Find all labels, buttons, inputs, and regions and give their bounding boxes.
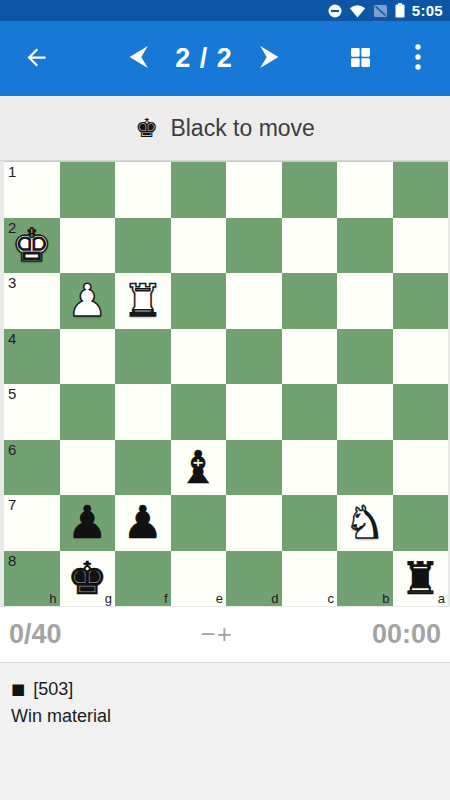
square-b6[interactable]	[337, 440, 393, 496]
puzzle-counter: 2 / 2	[175, 43, 233, 74]
square-e4[interactable]	[171, 329, 227, 385]
app-bar-actions	[336, 21, 450, 96]
square-a2[interactable]	[393, 218, 449, 274]
square-a3[interactable]	[393, 273, 449, 329]
square-d7[interactable]	[226, 495, 282, 551]
square-b2[interactable]	[337, 218, 393, 274]
square-h4[interactable]: 4	[4, 329, 60, 385]
square-h5[interactable]: 5	[4, 384, 60, 440]
square-h2[interactable]: 2♚	[4, 218, 60, 274]
square-f7[interactable]: ♟	[115, 495, 171, 551]
black-king-icon: ♚	[135, 115, 158, 141]
square-b4[interactable]	[337, 329, 393, 385]
square-c5[interactable]	[282, 384, 338, 440]
square-a5[interactable]	[393, 384, 449, 440]
file-label-c: c	[328, 591, 335, 606]
square-b5[interactable]	[337, 384, 393, 440]
square-e1[interactable]	[171, 162, 227, 218]
puzzle-id-line: ■ [503]	[11, 676, 439, 703]
chevron-left-icon	[127, 42, 153, 75]
overflow-menu-button[interactable]	[394, 21, 442, 96]
battery-icon	[395, 3, 405, 18]
square-f4[interactable]	[115, 329, 171, 385]
square-e2[interactable]	[171, 218, 227, 274]
piece-black-bishop[interactable]: ♝	[171, 440, 227, 496]
puzzle-navigation: 2 / 2	[72, 39, 336, 79]
back-button[interactable]	[0, 21, 72, 96]
square-g1[interactable]	[60, 162, 116, 218]
square-h7[interactable]: 7	[4, 495, 60, 551]
status-time: 5:05	[412, 0, 443, 21]
rank-label-7: 7	[8, 496, 16, 513]
puzzle-info-panel: ■ [503] Win material	[0, 663, 450, 800]
file-label-g: g	[105, 591, 112, 606]
rank-label-3: 3	[8, 274, 16, 291]
piece-white-pawn[interactable]: ♟	[60, 273, 116, 329]
square-b8[interactable]: b	[337, 551, 393, 607]
puzzle-id: [503]	[33, 676, 73, 703]
square-c2[interactable]	[282, 218, 338, 274]
square-a4[interactable]	[393, 329, 449, 385]
eval-toggle[interactable]: −+	[201, 619, 233, 650]
square-c4[interactable]	[282, 329, 338, 385]
timer: 00:00	[372, 619, 441, 650]
square-g3[interactable]: ♟	[60, 273, 116, 329]
file-label-f: f	[164, 591, 168, 606]
square-h8[interactable]: 8h	[4, 551, 60, 607]
arrow-back-icon	[23, 44, 50, 74]
no-signal-icon	[373, 4, 388, 18]
square-e8[interactable]: e	[171, 551, 227, 607]
rank-label-2: 2	[8, 219, 16, 236]
square-g2[interactable]	[60, 218, 116, 274]
square-b7[interactable]: ♞	[337, 495, 393, 551]
square-b3[interactable]	[337, 273, 393, 329]
chevron-right-icon	[255, 42, 281, 75]
app-bar: 2 / 2	[0, 21, 450, 96]
square-g8[interactable]: g♚	[60, 551, 116, 607]
file-label-e: e	[216, 591, 223, 606]
rank-label-8: 8	[8, 552, 16, 569]
square-c7[interactable]	[282, 495, 338, 551]
square-h6[interactable]: 6	[4, 440, 60, 496]
square-c6[interactable]	[282, 440, 338, 496]
overflow-menu-icon	[415, 44, 421, 73]
chess-board: 12♚3♟♜456♝7♟♟♞8hg♚fedcba♜	[4, 161, 448, 605]
square-d2[interactable]	[226, 218, 282, 274]
square-e7[interactable]	[171, 495, 227, 551]
square-d6[interactable]	[226, 440, 282, 496]
turn-banner: ♚ Black to move	[0, 96, 450, 161]
square-e5[interactable]	[171, 384, 227, 440]
controls-bar: 0/40 −+ 00:00	[0, 607, 450, 663]
piece-black-pawn[interactable]: ♟	[115, 495, 171, 551]
piece-black-pawn[interactable]: ♟	[60, 495, 116, 551]
square-h3[interactable]: 3	[4, 273, 60, 329]
square-f3[interactable]: ♜	[115, 273, 171, 329]
piece-white-rook[interactable]: ♜	[115, 273, 171, 329]
square-c3[interactable]	[282, 273, 338, 329]
black-to-move-marker-icon: ■	[11, 676, 25, 703]
square-e6[interactable]: ♝	[171, 440, 227, 496]
board-area: 12♚3♟♜456♝7♟♟♞8hg♚fedcba♜	[0, 161, 450, 607]
status-bar: 5:05	[0, 0, 450, 21]
square-g5[interactable]	[60, 384, 116, 440]
do-not-disturb-icon	[328, 4, 342, 18]
next-puzzle-button[interactable]	[251, 39, 285, 79]
file-label-h: h	[49, 591, 56, 606]
file-label-b: b	[382, 591, 389, 606]
square-c1[interactable]	[282, 162, 338, 218]
square-a7[interactable]	[393, 495, 449, 551]
square-f1[interactable]	[115, 162, 171, 218]
rank-label-4: 4	[8, 330, 16, 347]
piece-white-knight[interactable]: ♞	[337, 495, 393, 551]
square-f2[interactable]	[115, 218, 171, 274]
square-d4[interactable]	[226, 329, 282, 385]
file-label-d: d	[271, 591, 278, 606]
progress-counter: 0/40	[9, 619, 62, 650]
square-c8[interactable]: c	[282, 551, 338, 607]
square-g7[interactable]: ♟	[60, 495, 116, 551]
puzzle-goal: Win material	[11, 703, 439, 730]
rank-label-1: 1	[8, 163, 16, 180]
app-screen: 5:05 2 / 2	[0, 0, 450, 800]
square-d5[interactable]	[226, 384, 282, 440]
rank-label-6: 6	[8, 441, 16, 458]
square-h1[interactable]: 1	[4, 162, 60, 218]
square-d8[interactable]: d	[226, 551, 282, 607]
grid-icon	[350, 47, 371, 71]
square-e3[interactable]	[171, 273, 227, 329]
square-f6[interactable]	[115, 440, 171, 496]
square-a1[interactable]	[393, 162, 449, 218]
square-f8[interactable]: f	[115, 551, 171, 607]
rank-label-5: 5	[8, 385, 16, 402]
file-label-a: a	[438, 591, 445, 606]
square-g6[interactable]	[60, 440, 116, 496]
square-f5[interactable]	[115, 384, 171, 440]
wifi-icon	[349, 4, 366, 18]
square-b1[interactable]	[337, 162, 393, 218]
grid-view-button[interactable]	[336, 21, 384, 96]
square-g4[interactable]	[60, 329, 116, 385]
square-d1[interactable]	[226, 162, 282, 218]
square-d3[interactable]	[226, 273, 282, 329]
square-a8[interactable]: a♜	[393, 551, 449, 607]
square-a6[interactable]	[393, 440, 449, 496]
turn-banner-text: Black to move	[170, 115, 314, 142]
prev-puzzle-button[interactable]	[123, 39, 157, 79]
